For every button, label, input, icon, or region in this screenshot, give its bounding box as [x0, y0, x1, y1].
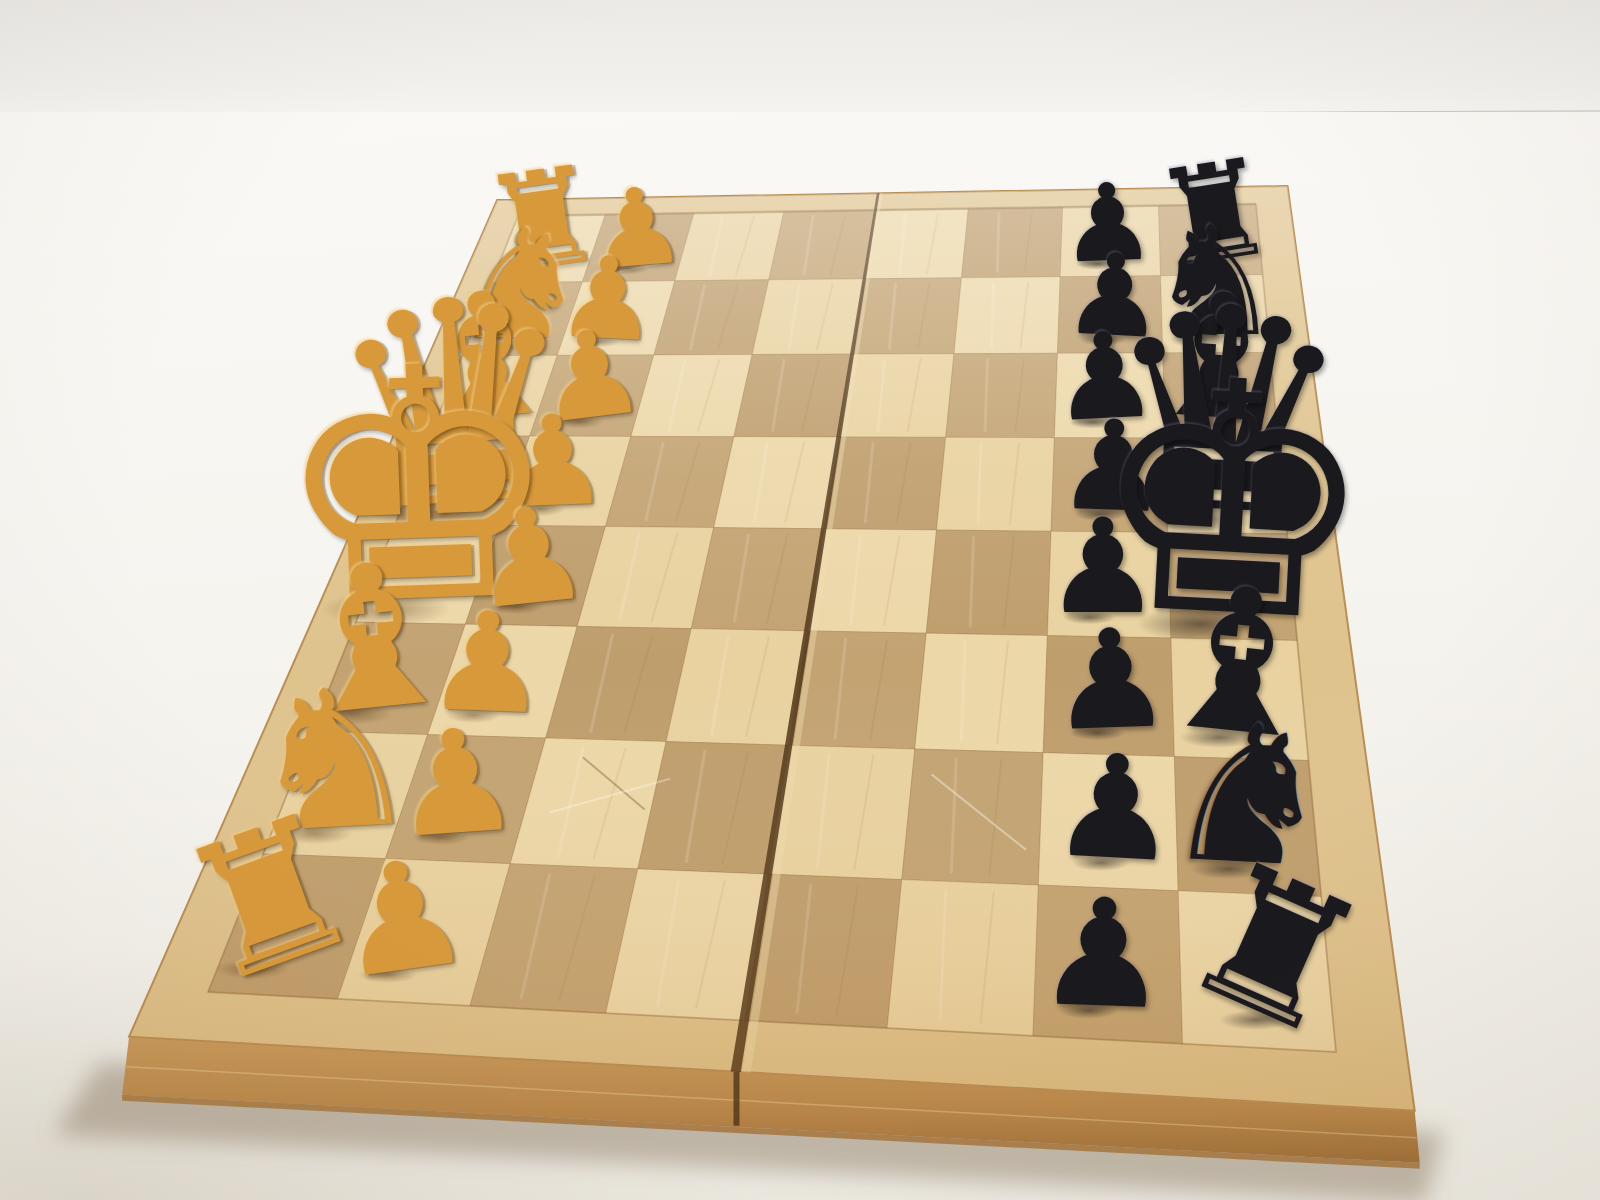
photo-scene: ♜♞♝♛♚♝♞♜♟♟♟♟♟♟♟♟♟♟♟♟♟♟♟♟♜♞♝♛♚♝♞♜: [0, 0, 1600, 1200]
piece-white-pawn-h2: ♟: [326, 836, 479, 1002]
chess-pieces: ♜♞♝♛♚♝♞♜♟♟♟♟♟♟♟♟♟♟♟♟♟♟♟♟♜♞♝♛♚♝♞♜: [0, 0, 1600, 1200]
piece-black-pawn-h7: ♟: [1034, 877, 1173, 1030]
